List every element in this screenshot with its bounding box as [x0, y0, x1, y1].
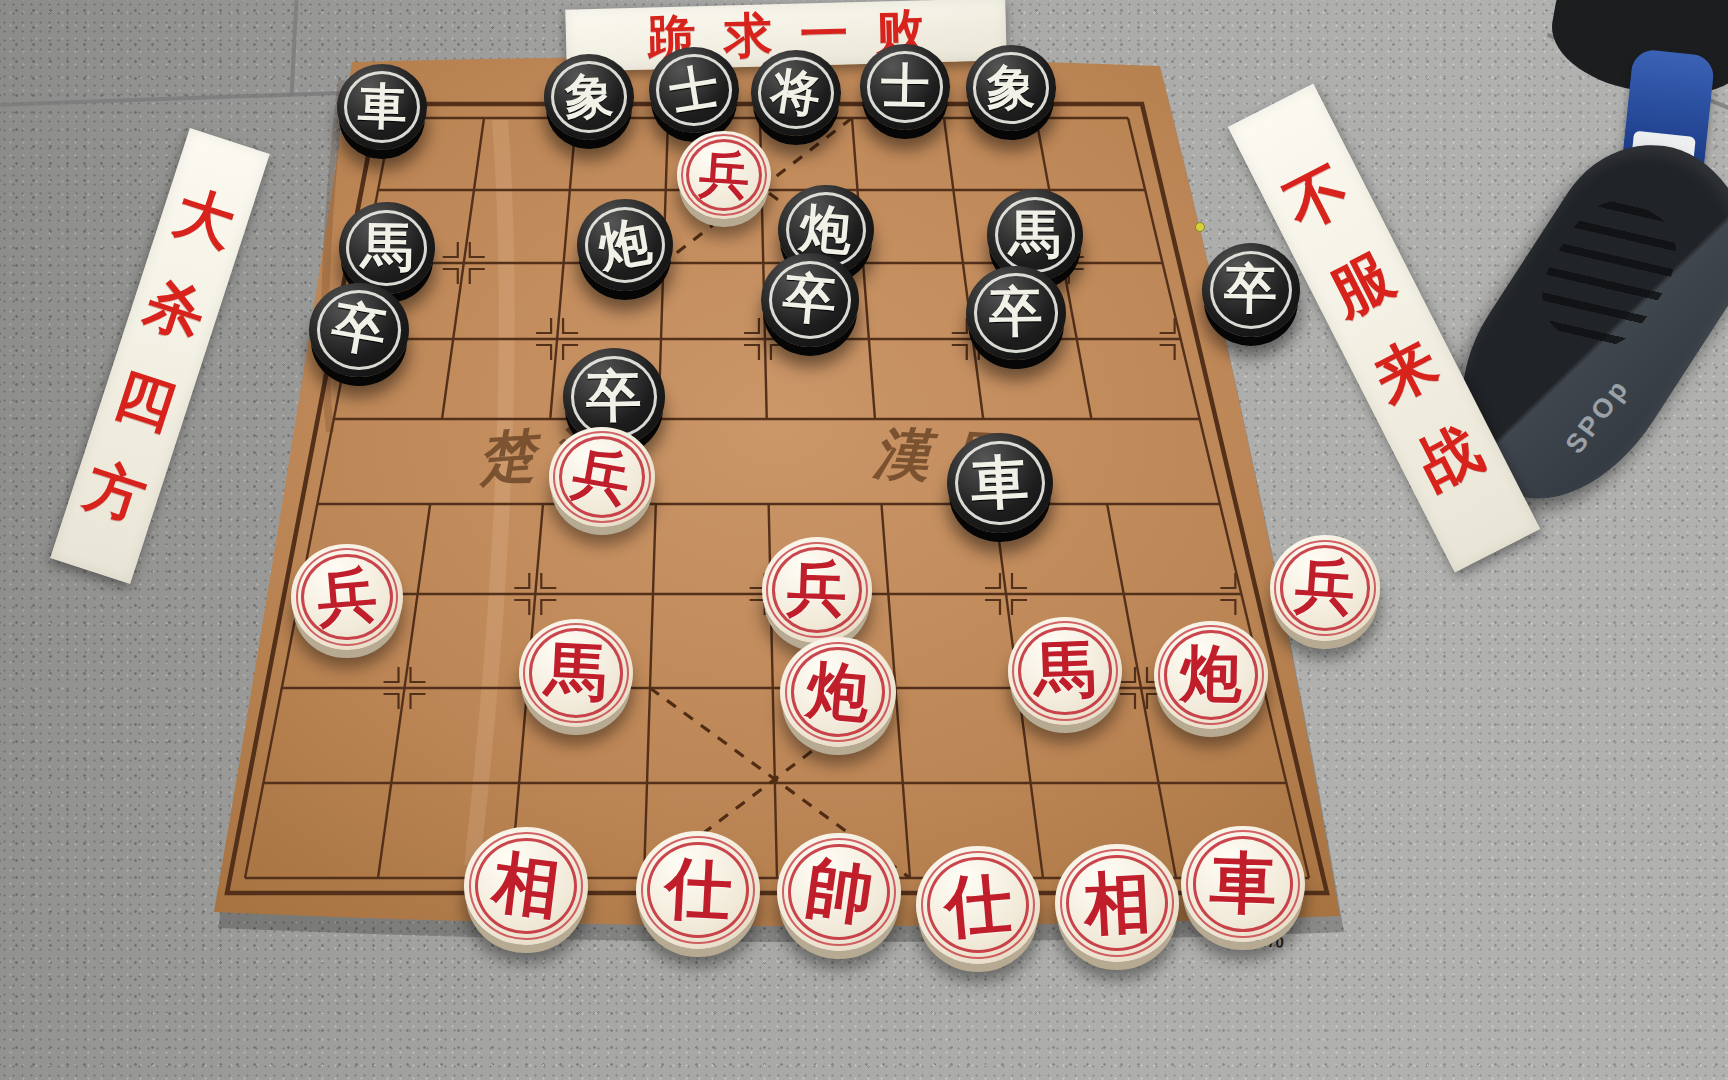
piece-glyph: 馬	[1033, 639, 1097, 703]
piece-black-chariot[interactable]: 車	[947, 433, 1053, 534]
piece-glyph: 兵	[1293, 556, 1357, 620]
shoe-brand-text: SPOp	[1560, 373, 1636, 460]
piece-black-horse[interactable]: 馬	[339, 202, 435, 294]
piece-black-elephant[interactable]: 象	[544, 54, 634, 140]
piece-glyph: 卒	[989, 286, 1043, 340]
banner-char: 方	[76, 447, 155, 539]
piece-red-soldier[interactable]: 兵	[291, 544, 402, 650]
piece-red-elephant[interactable]: 相	[1055, 844, 1179, 962]
piece-glyph: 炮	[595, 215, 655, 275]
piece-glyph: 士	[666, 62, 721, 117]
piece-red-general[interactable]: 帥	[777, 833, 900, 950]
piece-glyph: 象	[564, 72, 614, 122]
piece-glyph: 相	[1082, 868, 1152, 938]
banner-char: 不	[1273, 149, 1363, 248]
piece-glyph: 兵	[697, 148, 751, 202]
piece-red-horse[interactable]: 馬	[1008, 617, 1122, 725]
banner-char: 四	[106, 356, 185, 448]
street-xiangqi-scene: { "game": "xiangqi", "scene": "overhead …	[0, 0, 1728, 1080]
piece-glyph: 炮	[798, 202, 854, 258]
piece-red-soldier[interactable]: 兵	[677, 131, 770, 220]
piece-black-advisor[interactable]: 士	[860, 44, 950, 129]
piece-glyph: 車	[1209, 850, 1278, 919]
piece-glyph: 将	[768, 65, 824, 121]
piece-red-advisor[interactable]: 仕	[916, 846, 1040, 964]
piece-glyph: 卒	[781, 271, 839, 329]
piece-red-horse[interactable]: 馬	[519, 619, 633, 728]
piece-black-soldier[interactable]: 卒	[761, 253, 860, 347]
piece-red-elephant[interactable]: 相	[464, 827, 587, 944]
piece-black-advisor[interactable]: 士	[649, 47, 739, 132]
piece-glyph: 兵	[569, 444, 635, 510]
piece-red-soldier[interactable]: 兵	[549, 427, 655, 528]
piece-red-cannon[interactable]: 炮	[1154, 621, 1268, 730]
piece-red-cannon[interactable]: 炮	[780, 637, 895, 746]
piece-glyph: 炮	[804, 658, 871, 725]
piece-black-soldier[interactable]: 卒	[309, 283, 409, 378]
piece-black-cannon[interactable]: 炮	[577, 199, 673, 290]
piece-black-soldier[interactable]: 卒	[1202, 243, 1300, 336]
piece-glyph: 象	[987, 64, 1035, 112]
piece-glyph: 卒	[1224, 263, 1278, 317]
piece-black-general[interactable]: 将	[751, 50, 841, 135]
piece-red-advisor[interactable]: 仕	[636, 831, 759, 948]
piece-glyph: 車	[357, 82, 408, 133]
banner-char: 求	[723, 3, 773, 68]
piece-glyph: 炮	[1180, 644, 1243, 707]
piece-glyph: 士	[880, 62, 929, 111]
piece-glyph: 馬	[1009, 209, 1061, 261]
piece-glyph: 馬	[544, 641, 609, 706]
banner-char: 杀	[135, 264, 214, 356]
banner-char: 来	[1361, 322, 1451, 421]
piece-glyph: 車	[970, 453, 1030, 513]
piece-glyph: 兵	[786, 559, 848, 621]
piece-red-soldier[interactable]: 兵	[1270, 535, 1381, 640]
piece-glyph: 帥	[801, 854, 876, 929]
banner-char: 服	[1317, 235, 1407, 334]
piece-glyph: 仕	[942, 869, 1015, 942]
piece-glyph: 仕	[663, 855, 733, 925]
piece-black-elephant[interactable]: 象	[966, 45, 1056, 130]
banner-char: 战	[1405, 408, 1495, 507]
piece-glyph: 卒	[586, 369, 642, 425]
piece-red-chariot[interactable]: 車	[1181, 826, 1304, 943]
piece-black-soldier[interactable]: 卒	[966, 266, 1065, 360]
piece-glyph: 相	[489, 849, 563, 923]
piece-glyph: 兵	[315, 565, 380, 630]
banner-char: 大	[165, 173, 244, 265]
piece-red-soldier[interactable]: 兵	[762, 537, 873, 642]
piece-glyph: 馬	[361, 222, 414, 275]
piece-glyph: 卒	[328, 299, 390, 361]
piece-black-chariot[interactable]: 車	[337, 64, 427, 150]
